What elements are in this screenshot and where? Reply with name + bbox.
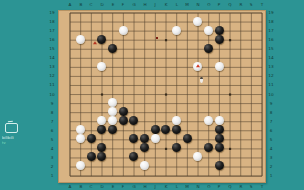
stone-black-D6[interactable]: [97, 125, 106, 134]
col-label-bottom-P: P: [218, 184, 221, 188]
stone-black-L4[interactable]: [172, 143, 181, 152]
row-label-right-3: 3: [270, 156, 273, 160]
col-label-bottom-K: K: [165, 184, 168, 188]
col-label-top-H: H: [143, 2, 146, 6]
row-label-left-14: 14: [49, 56, 54, 60]
watermark-text: bilibili: [2, 135, 25, 140]
stone-black-D16[interactable]: [97, 35, 106, 44]
col-label-top-D: D: [100, 2, 103, 6]
stone-black-P5[interactable]: [215, 134, 224, 143]
stone-black-J6[interactable]: [151, 125, 160, 134]
row-label-left-15: 15: [49, 47, 54, 51]
row-label-left-8: 8: [51, 111, 54, 115]
row-label-left-6: 6: [51, 129, 54, 133]
col-label-bottom-R: R: [239, 184, 242, 188]
stone-black-C5[interactable]: [87, 134, 96, 143]
annotation-dark-red-dot: [156, 37, 158, 39]
row-label-right-1: 1: [270, 174, 273, 178]
stone-white-E8[interactable]: [108, 107, 117, 116]
col-label-top-F: F: [122, 2, 124, 6]
row-label-right-6: 6: [270, 129, 273, 133]
stone-black-F8[interactable]: [119, 107, 128, 116]
stone-white-B5[interactable]: [76, 134, 85, 143]
stone-black-L6[interactable]: [172, 125, 181, 134]
stone-black-H4[interactable]: [140, 143, 149, 152]
col-label-bottom-L: L: [176, 184, 178, 188]
stone-white-F17[interactable]: [119, 26, 128, 35]
stone-black-P6[interactable]: [215, 125, 224, 134]
stone-white-H2[interactable]: [140, 161, 149, 170]
col-label-top-M: M: [186, 2, 190, 6]
row-label-left-19: 19: [49, 11, 54, 15]
col-label-top-E: E: [111, 2, 114, 6]
col-label-bottom-B: B: [79, 184, 82, 188]
stone-black-O15[interactable]: [204, 44, 213, 53]
col-label-bottom-E: E: [111, 184, 114, 188]
stone-white-B2[interactable]: [76, 161, 85, 170]
row-label-left-2: 2: [51, 165, 54, 169]
col-label-top-S: S: [250, 2, 253, 6]
col-label-bottom-A: A: [69, 184, 72, 188]
col-label-top-R: R: [239, 2, 242, 6]
stone-black-G7[interactable]: [129, 116, 138, 125]
stone-black-O4[interactable]: [204, 143, 213, 152]
stone-white-B6[interactable]: [76, 125, 85, 134]
stone-white-L17[interactable]: [172, 26, 181, 35]
col-label-top-B: B: [79, 2, 82, 6]
stone-black-F7[interactable]: [119, 116, 128, 125]
col-label-bottom-F: F: [122, 184, 124, 188]
row-label-right-4: 4: [270, 147, 273, 151]
bilibili-watermark: bilibili tv: [2, 123, 48, 150]
row-label-right-14: 14: [268, 56, 273, 60]
last-move-marker: [196, 65, 200, 68]
row-label-right-9: 9: [270, 102, 273, 106]
col-label-bottom-J: J: [155, 184, 156, 188]
row-label-left-5: 5: [51, 138, 54, 142]
row-label-right-5: 5: [270, 138, 273, 142]
col-label-bottom-S: S: [250, 184, 253, 188]
col-label-bottom-Q: Q: [228, 184, 231, 188]
stone-white-P13[interactable]: [215, 62, 224, 71]
stone-black-G3[interactable]: [129, 152, 138, 161]
stone-white-O17[interactable]: [204, 26, 213, 35]
row-label-right-13: 13: [268, 65, 273, 69]
col-label-top-N: N: [196, 2, 199, 6]
row-label-right-2: 2: [270, 165, 273, 169]
stone-black-H5[interactable]: [140, 134, 149, 143]
stone-white-E7[interactable]: [108, 116, 117, 125]
col-label-top-G: G: [132, 2, 135, 6]
col-label-top-T: T: [261, 2, 264, 6]
row-label-right-16: 16: [268, 38, 273, 42]
col-label-top-P: P: [218, 2, 221, 6]
watermark-subtext: tv: [2, 141, 23, 145]
video-frame: AABBCCDDEEFFGGHHJJKKLLMMNNOOPPQQRRSSTT19…: [0, 0, 304, 190]
stone-black-P4[interactable]: [215, 143, 224, 152]
stone-white-O7[interactable]: [204, 116, 213, 125]
col-label-bottom-T: T: [261, 184, 264, 188]
tv-logo-icon: [5, 123, 18, 133]
row-label-right-19: 19: [268, 11, 273, 15]
col-label-top-Q: Q: [228, 2, 231, 6]
row-label-left-18: 18: [49, 20, 54, 24]
row-label-right-17: 17: [268, 29, 273, 33]
col-label-bottom-D: D: [100, 184, 103, 188]
stone-white-D7[interactable]: [97, 116, 106, 125]
row-label-right-10: 10: [268, 92, 273, 96]
stone-white-N18[interactable]: [193, 17, 202, 26]
row-label-left-1: 1: [51, 174, 54, 178]
row-label-left-3: 3: [51, 156, 54, 160]
col-label-bottom-O: O: [207, 184, 210, 188]
row-label-right-12: 12: [268, 74, 273, 78]
stone-black-P17[interactable]: [215, 26, 224, 35]
row-label-right-18: 18: [268, 20, 273, 24]
stone-black-K6[interactable]: [161, 125, 170, 134]
col-label-top-K: K: [165, 2, 168, 6]
stone-white-N13[interactable]: [193, 62, 202, 71]
stone-white-L7[interactable]: [172, 116, 181, 125]
row-label-right-7: 7: [270, 120, 273, 124]
stone-black-M5[interactable]: [183, 134, 192, 143]
col-label-bottom-H: H: [143, 184, 146, 188]
annotation-red-triangle-mark: [93, 41, 97, 44]
stone-white-D13[interactable]: [97, 62, 106, 71]
col-label-bottom-N: N: [196, 184, 199, 188]
stone-white-B16[interactable]: [76, 35, 85, 44]
col-label-top-A: A: [69, 2, 72, 6]
row-label-left-13: 13: [49, 65, 54, 69]
row-label-right-8: 8: [270, 111, 273, 115]
stone-black-E6[interactable]: [108, 125, 117, 134]
stone-grid[interactable]: [65, 8, 268, 180]
col-label-bottom-C: C: [90, 184, 93, 188]
stone-black-D4[interactable]: [97, 143, 106, 152]
row-label-left-17: 17: [49, 29, 54, 33]
col-label-top-O: O: [207, 2, 210, 6]
stone-white-N3[interactable]: [193, 152, 202, 161]
row-label-right-15: 15: [268, 47, 273, 51]
stone-black-C3[interactable]: [87, 152, 96, 161]
col-label-top-L: L: [176, 2, 178, 6]
col-label-top-J: J: [155, 2, 156, 6]
stone-white-J5[interactable]: [151, 134, 160, 143]
row-label-left-7: 7: [51, 120, 54, 124]
col-label-bottom-G: G: [132, 184, 135, 188]
stone-black-D3[interactable]: [97, 152, 106, 161]
row-label-left-16: 16: [49, 38, 54, 42]
row-label-left-11: 11: [49, 83, 54, 87]
row-label-right-11: 11: [268, 83, 273, 87]
row-label-left-10: 10: [49, 92, 54, 96]
stone-black-P2[interactable]: [215, 161, 224, 170]
row-label-left-4: 4: [51, 147, 54, 151]
stone-white-E9[interactable]: [108, 98, 117, 107]
row-label-left-9: 9: [51, 102, 54, 106]
row-label-left-12: 12: [49, 74, 54, 78]
stone-black-E15[interactable]: [108, 44, 117, 53]
stone-black-P16[interactable]: [215, 35, 224, 44]
stone-black-G5[interactable]: [129, 134, 138, 143]
col-label-top-C: C: [90, 2, 93, 6]
col-label-bottom-M: M: [186, 184, 190, 188]
stone-white-P7[interactable]: [215, 116, 224, 125]
